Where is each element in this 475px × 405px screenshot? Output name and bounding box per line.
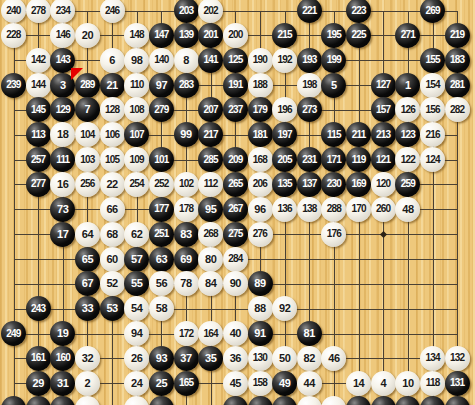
stone-w-112: 112 xyxy=(198,172,223,197)
stone-b-251: 251 xyxy=(149,222,174,247)
move-number: 140 xyxy=(154,55,168,65)
move-number: 223 xyxy=(351,6,365,16)
stone-b-230: 230 xyxy=(321,172,346,197)
move-number: 273 xyxy=(302,105,316,115)
stone-cut-3 xyxy=(75,396,100,405)
move-number: 24 xyxy=(131,378,142,389)
stone-b-155: 155 xyxy=(420,48,445,73)
move-number: 192 xyxy=(277,55,291,65)
stone-w-68: 68 xyxy=(100,222,125,247)
stone-cut-2 xyxy=(50,396,75,405)
move-number: 219 xyxy=(450,30,464,40)
move-number: 103 xyxy=(80,155,94,165)
stone-w-124: 124 xyxy=(420,147,445,172)
move-number: 268 xyxy=(204,229,218,239)
stone-w-178: 178 xyxy=(174,197,199,222)
stone-b-177: 177 xyxy=(149,197,174,222)
stone-w-196: 196 xyxy=(272,97,297,122)
move-number: 106 xyxy=(105,130,119,140)
move-number: 135 xyxy=(277,179,291,189)
stone-w-6: 6 xyxy=(100,48,125,73)
stone-w-8: 8 xyxy=(174,48,199,73)
move-number: 154 xyxy=(425,80,439,90)
move-number: 89 xyxy=(254,278,265,289)
stone-w-158: 158 xyxy=(248,371,273,396)
stone-b-137: 137 xyxy=(297,172,322,197)
move-number: 191 xyxy=(228,80,242,90)
stone-w-105: 105 xyxy=(100,147,125,172)
move-number: 177 xyxy=(154,204,168,214)
move-number: 281 xyxy=(450,80,464,90)
stone-b-171: 171 xyxy=(321,147,346,172)
move-number: 5 xyxy=(331,80,337,91)
stone-b-89: 89 xyxy=(248,271,273,296)
stone-b-57: 57 xyxy=(124,247,149,272)
stone-b-119: 119 xyxy=(346,147,371,172)
move-number: 55 xyxy=(131,278,142,289)
stone-w-260: 260 xyxy=(371,197,396,222)
stone-w-128: 128 xyxy=(100,97,125,122)
stone-w-96: 96 xyxy=(248,197,273,222)
move-number: 82 xyxy=(304,353,315,364)
stone-w-278: 278 xyxy=(26,0,51,23)
move-number: 17 xyxy=(57,229,68,240)
stone-b-183: 183 xyxy=(445,48,470,73)
stone-b-53: 53 xyxy=(100,296,125,321)
stone-b-203: 203 xyxy=(174,0,199,23)
stone-w-170: 170 xyxy=(346,197,371,222)
stone-b-237: 237 xyxy=(223,97,248,122)
stone-b-135: 135 xyxy=(272,172,297,197)
stone-w-92: 92 xyxy=(272,296,297,321)
move-number: 251 xyxy=(154,229,168,239)
move-number: 132 xyxy=(450,353,464,363)
stone-b-193: 193 xyxy=(297,48,322,73)
stone-w-138: 138 xyxy=(297,197,322,222)
stone-cut-9 xyxy=(223,396,248,405)
move-number: 20 xyxy=(82,30,93,41)
move-number: 4 xyxy=(380,378,386,389)
stone-w-228: 228 xyxy=(1,23,26,48)
move-number: 203 xyxy=(179,6,193,16)
stone-b-93: 93 xyxy=(149,346,174,371)
move-number: 62 xyxy=(131,229,142,240)
move-number: 14 xyxy=(353,378,364,389)
stone-w-54: 54 xyxy=(124,296,149,321)
stone-b-99: 99 xyxy=(174,122,199,147)
move-number: 128 xyxy=(105,105,119,115)
stone-w-56: 56 xyxy=(149,271,174,296)
stone-w-58: 58 xyxy=(149,296,174,321)
stone-b-69: 69 xyxy=(174,247,199,272)
stone-w-78: 78 xyxy=(174,271,199,296)
move-number: 104 xyxy=(80,130,94,140)
move-number: 99 xyxy=(180,129,191,140)
stone-b-239: 239 xyxy=(1,73,26,98)
stone-w-200: 200 xyxy=(223,23,248,48)
move-number: 2 xyxy=(85,378,91,389)
stone-b-101: 101 xyxy=(149,147,174,172)
move-number: 275 xyxy=(228,229,242,239)
move-number: 168 xyxy=(253,155,267,165)
stone-w-134: 134 xyxy=(420,346,445,371)
move-number: 225 xyxy=(351,30,365,40)
stone-w-10: 10 xyxy=(395,371,420,396)
move-number: 98 xyxy=(131,55,142,66)
stone-w-122: 122 xyxy=(395,147,420,172)
move-number: 124 xyxy=(425,155,439,165)
move-number: 237 xyxy=(228,105,242,115)
move-number: 246 xyxy=(105,6,119,16)
move-number: 254 xyxy=(130,179,144,189)
stone-w-66: 66 xyxy=(100,197,125,222)
stone-b-275: 275 xyxy=(223,222,248,247)
stone-w-254: 254 xyxy=(124,172,149,197)
stone-b-207: 207 xyxy=(198,97,223,122)
stone-w-16: 16 xyxy=(50,172,75,197)
move-number: 260 xyxy=(376,204,390,214)
move-number: 6 xyxy=(109,55,115,66)
move-number: 269 xyxy=(425,6,439,16)
move-number: 198 xyxy=(302,80,316,90)
kifu-viewport: 2402782342462032022212232692281462014814… xyxy=(0,0,475,405)
move-number: 188 xyxy=(253,80,267,90)
stone-b-269: 269 xyxy=(420,0,445,23)
move-number: 279 xyxy=(154,105,168,115)
stone-b-209: 209 xyxy=(223,147,248,172)
stone-b-217: 217 xyxy=(198,122,223,147)
move-number: 202 xyxy=(204,6,218,16)
stone-b-205: 205 xyxy=(272,147,297,172)
stone-b-35: 35 xyxy=(198,346,223,371)
move-number: 288 xyxy=(327,204,341,214)
move-number: 265 xyxy=(228,179,242,189)
move-number: 285 xyxy=(204,155,218,165)
stone-w-82: 82 xyxy=(297,346,322,371)
stone-cut-13 xyxy=(321,396,346,405)
stone-b-95: 95 xyxy=(198,197,223,222)
move-number: 121 xyxy=(376,155,390,165)
stone-b-161: 161 xyxy=(26,346,51,371)
stone-b-115: 115 xyxy=(321,122,346,147)
stone-w-130: 130 xyxy=(248,346,273,371)
stone-b-33: 33 xyxy=(75,296,100,321)
stone-b-81: 81 xyxy=(297,321,322,346)
stone-w-84: 84 xyxy=(198,271,223,296)
move-number: 119 xyxy=(352,155,366,165)
move-number: 52 xyxy=(106,278,117,289)
move-number: 37 xyxy=(180,353,191,364)
stone-b-5: 5 xyxy=(321,73,346,98)
move-number: 199 xyxy=(327,55,341,65)
move-number: 107 xyxy=(130,130,144,140)
move-number: 127 xyxy=(376,80,390,90)
stone-b-221: 221 xyxy=(297,0,322,23)
stone-w-192: 192 xyxy=(272,48,297,73)
stone-w-14: 14 xyxy=(346,371,371,396)
stone-b-63: 63 xyxy=(149,247,174,272)
stone-b-91: 91 xyxy=(248,321,273,346)
stone-b-257: 257 xyxy=(26,147,51,172)
move-number: 54 xyxy=(131,303,142,314)
stone-w-148: 148 xyxy=(124,23,149,48)
move-number: 50 xyxy=(279,353,290,364)
stone-w-246: 246 xyxy=(100,0,125,23)
stone-w-88: 88 xyxy=(248,296,273,321)
stone-w-104: 104 xyxy=(75,122,100,147)
move-number: 243 xyxy=(31,304,45,314)
move-number: 282 xyxy=(450,105,464,115)
move-number: 88 xyxy=(254,303,265,314)
stone-w-172: 172 xyxy=(174,321,199,346)
move-number: 68 xyxy=(106,229,117,240)
stone-w-50: 50 xyxy=(272,346,297,371)
move-number: 36 xyxy=(230,353,241,364)
stone-b-17: 17 xyxy=(50,222,75,247)
stone-b-197: 197 xyxy=(272,122,297,147)
move-number: 81 xyxy=(304,328,315,339)
stone-b-25: 25 xyxy=(149,371,174,396)
move-number: 284 xyxy=(228,254,242,264)
move-number: 161 xyxy=(31,353,45,363)
stone-b-123: 123 xyxy=(395,122,420,147)
move-number: 46 xyxy=(328,353,339,364)
stone-cut-16 xyxy=(395,396,420,405)
move-number: 84 xyxy=(205,278,216,289)
stone-w-126: 126 xyxy=(395,97,420,122)
move-number: 26 xyxy=(131,353,142,364)
stone-b-273: 273 xyxy=(297,97,322,122)
move-number: 171 xyxy=(327,155,341,165)
stone-w-106: 106 xyxy=(100,122,125,147)
stone-cut-10 xyxy=(248,396,273,405)
move-number: 18 xyxy=(57,129,68,140)
stone-b-97: 97 xyxy=(149,73,174,98)
move-number: 256 xyxy=(80,179,94,189)
move-number: 230 xyxy=(327,179,341,189)
move-number: 193 xyxy=(302,55,316,65)
go-board[interactable]: 2402782342462032022212232692281462014814… xyxy=(0,0,475,405)
stone-b-19: 19 xyxy=(50,321,75,346)
move-number: 234 xyxy=(56,6,70,16)
stone-b-271: 271 xyxy=(395,23,420,48)
stone-b-223: 223 xyxy=(346,0,371,23)
stone-b-121: 121 xyxy=(371,147,396,172)
move-number: 16 xyxy=(57,179,68,190)
stone-w-268: 268 xyxy=(198,222,223,247)
move-number: 8 xyxy=(183,55,189,66)
stone-w-24: 24 xyxy=(124,371,149,396)
move-number: 213 xyxy=(376,130,390,140)
stone-b-231: 231 xyxy=(297,147,322,172)
stone-w-109: 109 xyxy=(124,147,149,172)
move-number: 271 xyxy=(401,30,415,40)
stone-cut-14 xyxy=(346,396,371,405)
move-number: 92 xyxy=(279,303,290,314)
grid-line-horizontal xyxy=(14,11,459,12)
move-number: 101 xyxy=(154,155,168,165)
move-number: 277 xyxy=(31,179,45,189)
move-number: 257 xyxy=(31,155,45,165)
stone-b-213: 213 xyxy=(371,122,396,147)
stone-b-279: 279 xyxy=(149,97,174,122)
stone-b-215: 215 xyxy=(272,23,297,48)
stone-w-60: 60 xyxy=(100,247,125,272)
move-number: 196 xyxy=(277,105,291,115)
stone-w-140: 140 xyxy=(149,48,174,73)
stone-w-252: 252 xyxy=(149,172,174,197)
stone-w-120: 120 xyxy=(371,172,396,197)
stone-w-36: 36 xyxy=(223,346,248,371)
move-number: 66 xyxy=(106,204,117,215)
move-number: 69 xyxy=(180,254,191,265)
move-number: 112 xyxy=(204,179,218,189)
move-number: 110 xyxy=(130,80,144,90)
stone-w-108: 108 xyxy=(124,97,149,122)
move-number: 142 xyxy=(31,55,45,65)
stone-b-181: 181 xyxy=(248,122,273,147)
stone-w-26: 26 xyxy=(124,346,149,371)
move-number: 179 xyxy=(253,105,267,115)
stone-b-7: 7 xyxy=(75,97,100,122)
stone-b-127: 127 xyxy=(371,73,396,98)
move-number: 53 xyxy=(106,303,117,314)
stone-b-211: 211 xyxy=(346,122,371,147)
move-number: 1 xyxy=(405,80,411,91)
move-number: 131 xyxy=(450,378,464,388)
move-number: 139 xyxy=(179,30,193,40)
move-number: 138 xyxy=(302,204,316,214)
move-number: 197 xyxy=(277,130,291,140)
move-number: 165 xyxy=(179,378,193,388)
move-number: 183 xyxy=(450,55,464,65)
move-number: 33 xyxy=(82,303,93,314)
move-number: 156 xyxy=(425,105,439,115)
stone-b-285: 285 xyxy=(198,147,223,172)
move-number: 136 xyxy=(277,204,291,214)
stone-b-49: 49 xyxy=(272,371,297,396)
move-number: 113 xyxy=(31,130,45,140)
stone-w-22: 22 xyxy=(100,172,125,197)
stone-w-90: 90 xyxy=(223,271,248,296)
stone-b-129: 129 xyxy=(50,97,75,122)
stone-w-18: 18 xyxy=(50,122,75,147)
stone-b-141: 141 xyxy=(198,48,223,73)
stone-cut-0 xyxy=(1,396,26,405)
move-number: 169 xyxy=(351,179,365,189)
stone-b-67: 67 xyxy=(75,271,100,296)
stone-b-179: 179 xyxy=(248,97,273,122)
stone-w-156: 156 xyxy=(420,97,445,122)
move-number: 170 xyxy=(351,204,365,214)
stone-w-256: 256 xyxy=(75,172,100,197)
stone-cut-11 xyxy=(272,396,297,405)
star-point xyxy=(380,231,387,238)
move-number: 73 xyxy=(57,204,68,215)
stone-w-80: 80 xyxy=(198,247,223,272)
move-number: 178 xyxy=(179,204,193,214)
stone-w-110: 110 xyxy=(124,73,149,98)
stone-b-165: 165 xyxy=(174,371,199,396)
move-number: 195 xyxy=(327,30,341,40)
move-number: 228 xyxy=(6,30,20,40)
stone-b-283: 283 xyxy=(174,73,199,98)
move-number: 90 xyxy=(230,278,241,289)
stone-b-31: 31 xyxy=(50,371,75,396)
stone-b-145: 145 xyxy=(26,97,51,122)
stone-b-267: 267 xyxy=(223,197,248,222)
stone-cut-6 xyxy=(149,396,174,405)
move-number: 108 xyxy=(130,105,144,115)
move-number: 91 xyxy=(254,328,265,339)
move-number: 32 xyxy=(82,353,93,364)
move-number: 231 xyxy=(302,155,316,165)
move-number: 147 xyxy=(154,30,168,40)
move-number: 80 xyxy=(205,254,216,265)
move-number: 3 xyxy=(60,80,66,91)
stone-w-94: 94 xyxy=(124,321,149,346)
stone-w-2: 2 xyxy=(75,371,100,396)
move-number: 278 xyxy=(31,6,45,16)
stone-b-113: 113 xyxy=(26,122,51,147)
move-number: 94 xyxy=(131,328,142,339)
stone-w-276: 276 xyxy=(248,222,273,247)
move-number: 283 xyxy=(179,80,193,90)
move-number: 58 xyxy=(156,303,167,314)
stone-b-277: 277 xyxy=(26,172,51,197)
move-number: 67 xyxy=(82,278,93,289)
move-number: 215 xyxy=(277,30,291,40)
move-number: 111 xyxy=(56,155,69,165)
stone-w-132: 132 xyxy=(445,346,470,371)
stone-b-131: 131 xyxy=(445,371,470,396)
stone-w-46: 46 xyxy=(321,346,346,371)
stone-w-32: 32 xyxy=(75,346,100,371)
stone-w-62: 62 xyxy=(124,222,149,247)
move-number: 240 xyxy=(6,6,20,16)
move-number: 216 xyxy=(425,130,439,140)
stone-b-243: 243 xyxy=(26,296,51,321)
move-number: 48 xyxy=(402,204,413,215)
stone-w-4: 4 xyxy=(371,371,396,396)
move-number: 97 xyxy=(156,80,167,91)
move-number: 118 xyxy=(426,378,440,388)
stone-b-21: 21 xyxy=(100,73,125,98)
stone-b-169: 169 xyxy=(346,172,371,197)
stone-w-188: 188 xyxy=(248,73,273,98)
stone-b-259: 259 xyxy=(395,172,420,197)
stone-w-45: 45 xyxy=(223,371,248,396)
stone-b-195: 195 xyxy=(321,23,346,48)
stone-w-206: 206 xyxy=(248,172,273,197)
stone-w-20: 20 xyxy=(75,23,100,48)
move-number: 60 xyxy=(106,254,117,265)
move-number: 206 xyxy=(253,179,267,189)
move-number: 56 xyxy=(156,278,167,289)
move-number: 126 xyxy=(401,105,415,115)
stone-b-65: 65 xyxy=(75,247,100,272)
move-number: 19 xyxy=(57,328,68,339)
stone-w-234: 234 xyxy=(50,0,75,23)
stone-w-240: 240 xyxy=(1,0,26,23)
stone-b-249: 249 xyxy=(1,321,26,346)
move-number: 7 xyxy=(85,104,91,115)
move-number: 172 xyxy=(179,329,193,339)
stone-b-201: 201 xyxy=(198,23,223,48)
move-number: 63 xyxy=(156,254,167,265)
move-number: 125 xyxy=(228,55,242,65)
stone-b-1: 1 xyxy=(395,73,420,98)
